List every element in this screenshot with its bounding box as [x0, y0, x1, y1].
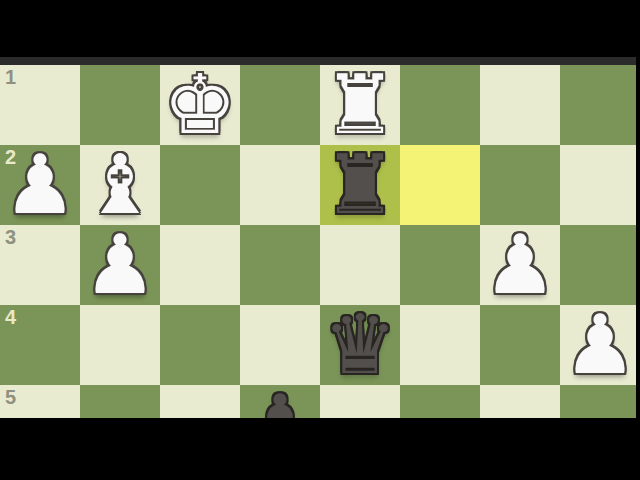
square-c4[interactable] [400, 305, 480, 385]
chess-board: 1♚♜2♟♝♜3♟♟4♛♟5♟ [0, 65, 640, 418]
square-e4[interactable] [240, 305, 320, 385]
square-c1[interactable] [400, 65, 480, 145]
square-b1[interactable] [480, 65, 560, 145]
piece-white-pawn[interactable]: ♟ [0, 145, 80, 225]
letterbox-top [0, 0, 640, 57]
square-b3[interactable]: ♟ [480, 225, 560, 305]
square-g3[interactable]: ♟ [80, 225, 160, 305]
rank-label-1: 1 [5, 67, 16, 87]
square-g2[interactable]: ♝ [80, 145, 160, 225]
rank-label-4: 4 [5, 307, 16, 327]
square-g5[interactable] [80, 385, 160, 418]
piece-black-rook[interactable]: ♜ [320, 145, 400, 225]
piece-white-king[interactable]: ♚ [160, 65, 240, 145]
piece-white-rook[interactable]: ♜ [320, 65, 400, 145]
square-f2[interactable] [160, 145, 240, 225]
square-h2[interactable]: 2♟ [0, 145, 80, 225]
square-e2[interactable] [240, 145, 320, 225]
square-d4[interactable]: ♛ [320, 305, 400, 385]
square-f5[interactable] [160, 385, 240, 418]
letterbox-bottom [0, 418, 640, 480]
square-h3[interactable]: 3 [0, 225, 80, 305]
square-h1[interactable]: 1 [0, 65, 80, 145]
square-a1[interactable] [560, 65, 640, 145]
video-edge-right [636, 57, 640, 418]
square-f4[interactable] [160, 305, 240, 385]
rank-label-5: 5 [5, 387, 16, 407]
square-g4[interactable] [80, 305, 160, 385]
board-viewport: 1♚♜2♟♝♜3♟♟4♛♟5♟ [0, 57, 640, 418]
square-a2[interactable] [560, 145, 640, 225]
square-c3[interactable] [400, 225, 480, 305]
square-b4[interactable] [480, 305, 560, 385]
piece-white-bishop[interactable]: ♝ [80, 145, 160, 225]
square-f1[interactable]: ♚ [160, 65, 240, 145]
video-frame: 1♚♜2♟♝♜3♟♟4♛♟5♟ [0, 0, 640, 480]
square-d3[interactable] [320, 225, 400, 305]
square-f3[interactable] [160, 225, 240, 305]
piece-black-pawn[interactable]: ♟ [240, 385, 320, 418]
square-a4[interactable]: ♟ [560, 305, 640, 385]
square-h4[interactable]: 4 [0, 305, 80, 385]
piece-white-pawn[interactable]: ♟ [560, 305, 640, 385]
square-a3[interactable] [560, 225, 640, 305]
piece-white-pawn[interactable]: ♟ [80, 225, 160, 305]
square-b5[interactable] [480, 385, 560, 418]
square-d2[interactable]: ♜ [320, 145, 400, 225]
square-c2[interactable] [400, 145, 480, 225]
piece-black-queen[interactable]: ♛ [320, 305, 400, 385]
square-e1[interactable] [240, 65, 320, 145]
square-e5[interactable]: ♟ [240, 385, 320, 418]
square-c5[interactable] [400, 385, 480, 418]
piece-white-pawn[interactable]: ♟ [480, 225, 560, 305]
square-g1[interactable] [80, 65, 160, 145]
square-h5[interactable]: 5 [0, 385, 80, 418]
square-e3[interactable] [240, 225, 320, 305]
square-b2[interactable] [480, 145, 560, 225]
square-d1[interactable]: ♜ [320, 65, 400, 145]
